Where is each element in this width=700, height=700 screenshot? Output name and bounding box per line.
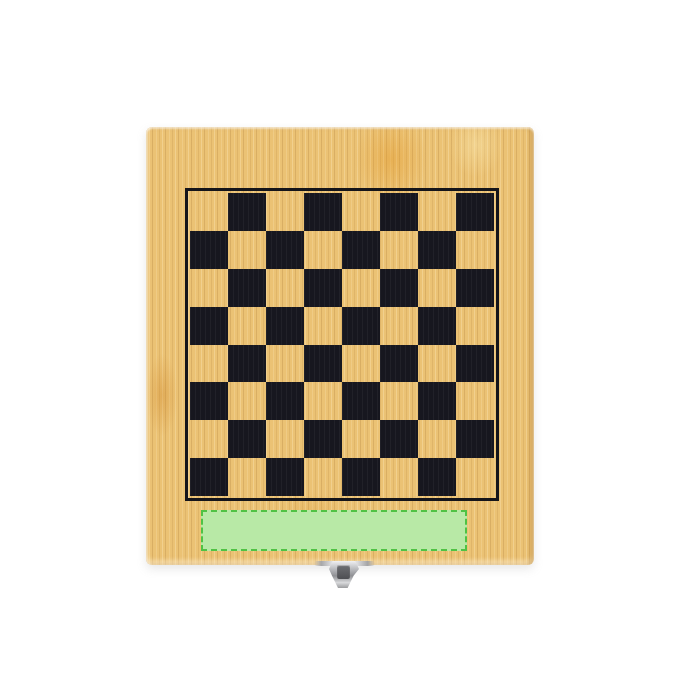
board-square	[380, 269, 418, 307]
board-square	[418, 193, 456, 231]
board-square	[342, 269, 380, 307]
board-square	[380, 193, 418, 231]
board-square	[266, 420, 304, 458]
board-square	[266, 231, 304, 269]
board-square	[304, 307, 342, 345]
board-square	[190, 420, 228, 458]
board-square	[190, 269, 228, 307]
board-square	[380, 382, 418, 420]
board-square	[380, 420, 418, 458]
board-square	[418, 231, 456, 269]
board-square	[418, 269, 456, 307]
board-square	[304, 269, 342, 307]
board-square	[228, 345, 266, 383]
product-photo	[0, 0, 700, 700]
board-square	[190, 307, 228, 345]
board-square	[380, 458, 418, 496]
board-square	[190, 458, 228, 496]
board-square	[380, 231, 418, 269]
board-square	[304, 231, 342, 269]
board-square	[228, 231, 266, 269]
board-square	[304, 345, 342, 383]
board-square	[228, 307, 266, 345]
board-square	[304, 458, 342, 496]
board-square	[266, 458, 304, 496]
board-square	[266, 345, 304, 383]
board-square	[190, 193, 228, 231]
board-square	[266, 269, 304, 307]
board-square	[418, 420, 456, 458]
board-square	[190, 382, 228, 420]
board-square	[342, 307, 380, 345]
clasp-slot	[337, 565, 350, 579]
board-square	[456, 307, 494, 345]
board-square	[304, 420, 342, 458]
board-square	[456, 345, 494, 383]
board-square	[342, 382, 380, 420]
board-square	[342, 193, 380, 231]
bamboo-box-lid	[146, 127, 534, 565]
board-square	[228, 269, 266, 307]
board-square	[456, 458, 494, 496]
chessboard	[185, 188, 499, 501]
board-square	[418, 307, 456, 345]
board-square	[228, 458, 266, 496]
board-square	[266, 382, 304, 420]
board-square	[456, 231, 494, 269]
board-square	[456, 382, 494, 420]
board-square	[342, 231, 380, 269]
board-square	[266, 193, 304, 231]
board-square	[190, 345, 228, 383]
board-square	[304, 193, 342, 231]
board-square	[418, 382, 456, 420]
board-square	[304, 382, 342, 420]
board-square	[190, 231, 228, 269]
board-square	[456, 269, 494, 307]
board-square	[342, 420, 380, 458]
board-square	[418, 458, 456, 496]
board-square	[380, 345, 418, 383]
board-square	[228, 193, 266, 231]
board-square	[380, 307, 418, 345]
board-square	[456, 193, 494, 231]
print-area-label	[201, 510, 467, 551]
board-square	[456, 420, 494, 458]
board-square	[228, 382, 266, 420]
board-square	[418, 345, 456, 383]
board-square	[342, 458, 380, 496]
board-square	[228, 420, 266, 458]
board-square	[342, 345, 380, 383]
board-square	[266, 307, 304, 345]
